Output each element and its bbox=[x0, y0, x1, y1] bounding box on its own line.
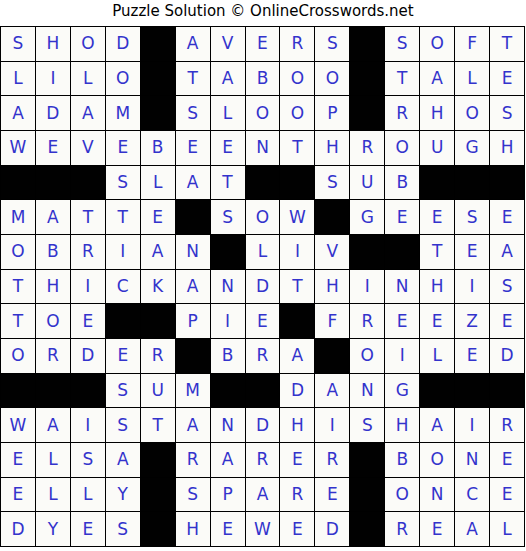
letter-cell: H bbox=[280, 408, 314, 442]
letter-cell: L bbox=[420, 339, 454, 373]
letter-cell: E bbox=[246, 304, 280, 338]
letter-cell: N bbox=[350, 374, 384, 408]
letter-cell: S bbox=[490, 270, 524, 304]
letter-cell: E bbox=[490, 62, 524, 96]
letter-cell: W bbox=[1, 408, 35, 442]
block-cell bbox=[1, 374, 35, 408]
letter-cell: I bbox=[315, 408, 349, 442]
letter-cell: E bbox=[420, 512, 454, 546]
letter-cell: E bbox=[106, 339, 140, 373]
letter-cell: A bbox=[1, 96, 35, 130]
letter-cell: O bbox=[1, 339, 35, 373]
letter-cell: B bbox=[385, 166, 419, 200]
letter-cell: E bbox=[490, 478, 524, 512]
block-cell bbox=[350, 478, 384, 512]
letter-cell: E bbox=[455, 235, 489, 269]
letter-cell: L bbox=[246, 235, 280, 269]
letter-cell: I bbox=[106, 235, 140, 269]
letter-cell: E bbox=[36, 131, 70, 165]
letter-cell: E bbox=[490, 304, 524, 338]
letter-cell: P bbox=[211, 478, 245, 512]
letter-cell: E bbox=[385, 304, 419, 338]
block-cell bbox=[315, 339, 349, 373]
block-cell bbox=[350, 235, 384, 269]
letter-cell: Z bbox=[455, 304, 489, 338]
block-cell bbox=[385, 235, 419, 269]
block-cell bbox=[141, 478, 175, 512]
letter-cell: E bbox=[176, 131, 210, 165]
block-cell bbox=[176, 339, 210, 373]
letter-cell: T bbox=[211, 166, 245, 200]
letter-cell: O bbox=[71, 27, 105, 61]
letter-cell: I bbox=[36, 62, 70, 96]
letter-cell: G bbox=[350, 200, 384, 234]
letter-cell: T bbox=[1, 270, 35, 304]
letter-cell: R bbox=[385, 96, 419, 130]
letter-cell: D bbox=[246, 270, 280, 304]
letter-cell: L bbox=[455, 62, 489, 96]
letter-cell: F bbox=[455, 27, 489, 61]
letter-cell: M bbox=[176, 374, 210, 408]
letter-cell: R bbox=[176, 443, 210, 477]
letter-cell: L bbox=[490, 512, 524, 546]
letter-cell: A bbox=[211, 443, 245, 477]
letter-cell: B bbox=[141, 131, 175, 165]
letter-cell: G bbox=[385, 374, 419, 408]
block-cell bbox=[350, 27, 384, 61]
block-cell bbox=[280, 166, 314, 200]
block-cell bbox=[315, 200, 349, 234]
letter-cell: R bbox=[71, 235, 105, 269]
letter-cell: U bbox=[350, 166, 384, 200]
letter-cell: T bbox=[490, 27, 524, 61]
letter-cell: N bbox=[455, 443, 489, 477]
letter-cell: L bbox=[71, 62, 105, 96]
block-cell bbox=[420, 374, 454, 408]
letter-cell: R bbox=[36, 339, 70, 373]
block-cell bbox=[211, 374, 245, 408]
block-cell bbox=[455, 374, 489, 408]
letter-cell: E bbox=[420, 304, 454, 338]
letter-cell: T bbox=[176, 62, 210, 96]
letter-cell: N bbox=[176, 235, 210, 269]
letter-cell: O bbox=[420, 443, 454, 477]
block-cell bbox=[350, 62, 384, 96]
letter-cell: E bbox=[490, 200, 524, 234]
letter-cell: E bbox=[246, 27, 280, 61]
block-cell bbox=[141, 443, 175, 477]
letter-cell: O bbox=[385, 478, 419, 512]
letter-cell: Y bbox=[36, 512, 70, 546]
letter-cell: E bbox=[315, 478, 349, 512]
letter-cell: T bbox=[280, 270, 314, 304]
letter-cell: A bbox=[455, 512, 489, 546]
letter-cell: S bbox=[106, 374, 140, 408]
letter-cell: H bbox=[490, 131, 524, 165]
letter-cell: V bbox=[71, 131, 105, 165]
letter-cell: O bbox=[246, 200, 280, 234]
letter-cell: W bbox=[280, 200, 314, 234]
letter-cell: E bbox=[385, 200, 419, 234]
letter-cell: E bbox=[106, 131, 140, 165]
letter-cell: A bbox=[420, 62, 454, 96]
letter-cell: A bbox=[315, 374, 349, 408]
letter-cell: T bbox=[106, 200, 140, 234]
letter-cell: S bbox=[315, 27, 349, 61]
letter-cell: A bbox=[106, 443, 140, 477]
letter-cell: A bbox=[36, 200, 70, 234]
letter-cell: F bbox=[315, 304, 349, 338]
letter-cell: O bbox=[385, 131, 419, 165]
letter-cell: O bbox=[246, 96, 280, 130]
letter-cell: N bbox=[211, 408, 245, 442]
letter-cell: R bbox=[490, 408, 524, 442]
letter-cell: I bbox=[211, 304, 245, 338]
letter-cell: A bbox=[246, 478, 280, 512]
letter-cell: D bbox=[315, 512, 349, 546]
letter-cell: L bbox=[36, 478, 70, 512]
letter-cell: N bbox=[246, 131, 280, 165]
letter-cell: L bbox=[1, 62, 35, 96]
letter-cell: H bbox=[176, 512, 210, 546]
letter-cell: A bbox=[176, 27, 210, 61]
letter-cell: T bbox=[1, 304, 35, 338]
block-cell bbox=[36, 374, 70, 408]
crossword-board: SHODAVERSSOFTLILOTABOOTALEADAMSLOOPRHOSW… bbox=[0, 26, 525, 547]
block-cell bbox=[71, 374, 105, 408]
letter-cell: N bbox=[385, 270, 419, 304]
letter-cell: S bbox=[385, 27, 419, 61]
letter-cell: O bbox=[455, 96, 489, 130]
letter-cell: B bbox=[385, 443, 419, 477]
block-cell bbox=[246, 374, 280, 408]
letter-cell: V bbox=[315, 235, 349, 269]
letter-cell: O bbox=[36, 304, 70, 338]
letter-cell: A bbox=[176, 270, 210, 304]
letter-cell: H bbox=[315, 131, 349, 165]
letter-cell: R bbox=[246, 339, 280, 373]
letter-cell: S bbox=[106, 512, 140, 546]
letter-cell: M bbox=[106, 96, 140, 130]
letter-cell: O bbox=[350, 339, 384, 373]
block-cell bbox=[141, 304, 175, 338]
letter-cell: R bbox=[280, 478, 314, 512]
letter-cell: S bbox=[1, 27, 35, 61]
block-cell bbox=[141, 27, 175, 61]
letter-cell: I bbox=[280, 235, 314, 269]
letter-cell: I bbox=[455, 270, 489, 304]
block-cell bbox=[141, 512, 175, 546]
letter-cell: Y bbox=[106, 478, 140, 512]
letter-cell: O bbox=[315, 62, 349, 96]
letter-cell: H bbox=[420, 96, 454, 130]
letter-cell: R bbox=[315, 443, 349, 477]
letter-cell: H bbox=[315, 270, 349, 304]
block-cell bbox=[455, 166, 489, 200]
letter-cell: K bbox=[141, 270, 175, 304]
block-cell bbox=[350, 96, 384, 130]
letter-cell: T bbox=[280, 131, 314, 165]
letter-cell: N bbox=[420, 478, 454, 512]
block-cell bbox=[71, 166, 105, 200]
page-title: Puzzle Solution © OnlineCrosswords.net bbox=[0, 1, 526, 21]
letter-cell: D bbox=[71, 339, 105, 373]
letter-cell: O bbox=[280, 96, 314, 130]
letter-cell: H bbox=[36, 27, 70, 61]
block-cell bbox=[350, 443, 384, 477]
letter-cell: M bbox=[1, 200, 35, 234]
letter-cell: A bbox=[141, 235, 175, 269]
letter-cell: E bbox=[280, 443, 314, 477]
letter-cell: L bbox=[141, 166, 175, 200]
letter-cell: A bbox=[211, 62, 245, 96]
letter-cell: S bbox=[315, 166, 349, 200]
letter-cell: C bbox=[106, 270, 140, 304]
letter-cell: O bbox=[420, 27, 454, 61]
letter-cell: D bbox=[1, 512, 35, 546]
letter-cell: H bbox=[385, 408, 419, 442]
letter-cell: E bbox=[71, 512, 105, 546]
letter-cell: E bbox=[71, 304, 105, 338]
block-cell bbox=[246, 166, 280, 200]
letter-cell: S bbox=[176, 96, 210, 130]
block-cell bbox=[280, 304, 314, 338]
letter-cell: L bbox=[211, 96, 245, 130]
letter-cell: O bbox=[280, 62, 314, 96]
letter-cell: L bbox=[71, 478, 105, 512]
letter-cell: U bbox=[141, 374, 175, 408]
letter-cell: E bbox=[141, 200, 175, 234]
letter-cell: R bbox=[350, 304, 384, 338]
letter-cell: D bbox=[490, 339, 524, 373]
block-cell bbox=[1, 166, 35, 200]
letter-cell: T bbox=[420, 235, 454, 269]
letter-cell: R bbox=[350, 131, 384, 165]
letter-cell: E bbox=[211, 512, 245, 546]
block-cell bbox=[350, 512, 384, 546]
block-cell bbox=[36, 166, 70, 200]
letter-cell: A bbox=[71, 96, 105, 130]
letter-cell: A bbox=[420, 408, 454, 442]
letter-cell: S bbox=[211, 200, 245, 234]
letter-cell: D bbox=[280, 374, 314, 408]
letter-cell: T bbox=[141, 408, 175, 442]
letter-cell: S bbox=[106, 166, 140, 200]
letter-cell: G bbox=[455, 131, 489, 165]
letter-cell: R bbox=[141, 339, 175, 373]
letter-cell: B bbox=[211, 339, 245, 373]
letter-cell: A bbox=[490, 235, 524, 269]
letter-cell: A bbox=[176, 408, 210, 442]
letter-cell: V bbox=[211, 27, 245, 61]
letter-cell: H bbox=[420, 270, 454, 304]
block-cell bbox=[176, 200, 210, 234]
letter-cell: E bbox=[280, 512, 314, 546]
letter-cell: U bbox=[420, 131, 454, 165]
letter-cell: R bbox=[280, 27, 314, 61]
letter-cell: W bbox=[1, 131, 35, 165]
letter-cell: E bbox=[455, 339, 489, 373]
letter-cell: W bbox=[246, 512, 280, 546]
block-cell bbox=[490, 166, 524, 200]
letter-cell: P bbox=[176, 304, 210, 338]
block-cell bbox=[490, 374, 524, 408]
letter-cell: B bbox=[36, 235, 70, 269]
letter-cell: O bbox=[106, 62, 140, 96]
block-cell bbox=[211, 235, 245, 269]
letter-cell: D bbox=[106, 27, 140, 61]
letter-cell: I bbox=[350, 270, 384, 304]
letter-cell: A bbox=[36, 408, 70, 442]
letter-cell: I bbox=[71, 408, 105, 442]
letter-cell: S bbox=[106, 408, 140, 442]
letter-cell: E bbox=[420, 200, 454, 234]
letter-cell: R bbox=[385, 512, 419, 546]
letter-cell: E bbox=[1, 443, 35, 477]
letter-cell: N bbox=[211, 270, 245, 304]
letter-cell: E bbox=[1, 478, 35, 512]
letter-cell: S bbox=[350, 408, 384, 442]
letter-cell: S bbox=[455, 200, 489, 234]
letter-cell: L bbox=[36, 443, 70, 477]
letter-cell: T bbox=[385, 62, 419, 96]
letter-cell: E bbox=[490, 443, 524, 477]
letter-cell: I bbox=[455, 408, 489, 442]
letter-cell: D bbox=[246, 408, 280, 442]
letter-cell: O bbox=[1, 235, 35, 269]
block-cell bbox=[106, 304, 140, 338]
letter-cell: R bbox=[246, 443, 280, 477]
letter-cell: A bbox=[176, 166, 210, 200]
letter-cell: S bbox=[71, 443, 105, 477]
block-cell bbox=[141, 96, 175, 130]
block-cell bbox=[420, 166, 454, 200]
letter-cell: S bbox=[176, 478, 210, 512]
letter-cell: H bbox=[36, 270, 70, 304]
letter-cell: D bbox=[36, 96, 70, 130]
letter-cell: I bbox=[385, 339, 419, 373]
letter-cell: I bbox=[71, 270, 105, 304]
block-cell bbox=[141, 62, 175, 96]
letter-cell: C bbox=[455, 478, 489, 512]
letter-cell: S bbox=[490, 96, 524, 130]
letter-cell: T bbox=[71, 200, 105, 234]
letter-cell: A bbox=[280, 339, 314, 373]
letter-cell: B bbox=[246, 62, 280, 96]
letter-cell: E bbox=[211, 131, 245, 165]
letter-cell: P bbox=[315, 96, 349, 130]
